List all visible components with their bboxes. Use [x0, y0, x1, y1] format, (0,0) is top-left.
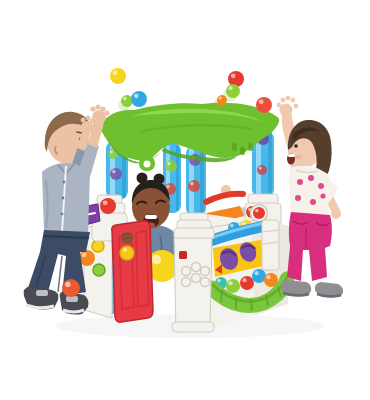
ball-highlight: [228, 281, 232, 285]
ball-highlight: [259, 99, 264, 104]
ball-highlight: [228, 86, 232, 90]
girl-pants: [287, 212, 332, 281]
inside-columns-ball: [257, 165, 267, 175]
airborne-ball: [226, 84, 240, 98]
ball-highlight: [254, 271, 258, 275]
ball-highlight: [231, 73, 236, 78]
ball-highlight: [103, 200, 108, 205]
airborne-ball: [256, 97, 272, 113]
ball-highlight: [152, 255, 162, 265]
airborne-ball: [110, 68, 126, 84]
center-tower: [172, 213, 214, 332]
floor-ball: [62, 279, 80, 297]
girl-shoes: [281, 280, 344, 298]
ball-highlight: [255, 209, 259, 213]
ball-highlight: [167, 162, 171, 166]
ball-highlight: [110, 151, 113, 154]
ball-highlight: [230, 224, 234, 228]
roof-ring-tab: [139, 156, 155, 171]
ball-highlight: [242, 278, 246, 282]
boy-shirt: [42, 163, 90, 238]
photo-canvas: [0, 0, 370, 400]
ball-highlight: [259, 167, 262, 170]
ball-highlight: [82, 252, 87, 257]
ball-highlight: [266, 275, 270, 279]
in-corral-ball: [226, 279, 240, 293]
ball-highlight: [113, 70, 118, 75]
ball-highlight: [65, 282, 70, 287]
rail-end-tower: [262, 220, 279, 270]
scene-illustration: [0, 0, 370, 400]
brand-logo: [179, 251, 187, 259]
in-corral-ball: [240, 276, 254, 290]
ball-highlight: [166, 185, 170, 189]
ball-run-wall: [206, 205, 290, 331]
ball-highlight: [242, 222, 246, 226]
ball-highlight: [123, 97, 127, 101]
ball-highlight: [134, 93, 139, 98]
ball-highlight: [112, 170, 116, 174]
in-hole-ball: [253, 207, 265, 219]
interior-red-arc: [206, 194, 243, 202]
toddler-hand-on-door: [121, 232, 133, 244]
inside-columns-ball: [188, 180, 200, 192]
airborne-ball: [131, 91, 147, 107]
ball-highlight: [190, 182, 194, 186]
in-corral-ball: [252, 269, 266, 283]
ball-highlight: [217, 279, 221, 283]
ball-highlight: [219, 97, 222, 100]
inside-columns-ball: [165, 160, 177, 172]
left-accents-ball: [100, 198, 116, 214]
airborne-ball: [121, 95, 133, 107]
hole-ball: [253, 207, 265, 219]
inside-columns-ball: [110, 168, 122, 180]
girl-shirt: [289, 166, 341, 219]
door-knob: [120, 246, 134, 260]
floor-ball: [62, 279, 80, 297]
boy-jeans: [28, 230, 90, 296]
